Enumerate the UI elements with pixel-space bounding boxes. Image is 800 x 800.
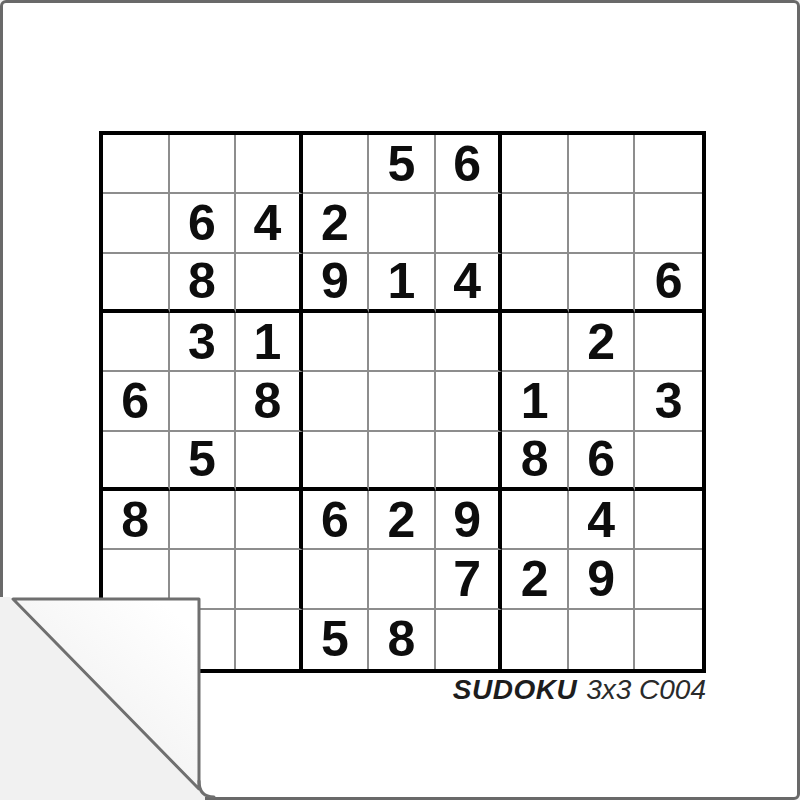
cell-r2c9 [635,194,702,253]
cell-r4c5 [369,313,436,372]
sudoku-grid: 566428914631268135868629472958 [99,131,706,673]
cell-r3c2: 8 [170,254,237,313]
cell-r2c2: 6 [170,194,237,253]
cell-r9c1 [103,610,170,669]
cell-r9c3 [236,610,303,669]
cell-r9c5: 8 [369,610,436,669]
cell-r5c3: 8 [236,372,303,431]
cell-r7c7 [502,491,569,550]
cell-r9c4: 5 [303,610,370,669]
cell-r2c6 [436,194,503,253]
cell-r4c1 [103,313,170,372]
cell-r6c9 [635,432,702,491]
cell-r1c3 [236,135,303,194]
puzzle-caption: SUDOKU3x3 C004 [99,674,706,706]
cell-r1c6: 6 [436,135,503,194]
background: 566428914631268135868629472958 SUDOKU3x3… [0,0,800,800]
cell-r1c9 [635,135,702,194]
puzzle-variant-id: 3x3 C004 [586,674,706,705]
cell-r6c5 [369,432,436,491]
cell-r9c6 [436,610,503,669]
cell-r5c5 [369,372,436,431]
cell-r2c5 [369,194,436,253]
cell-r9c9 [635,610,702,669]
puzzle-page: 566428914631268135868629472958 SUDOKU3x3… [0,0,800,800]
cell-r9c7 [502,610,569,669]
cell-r1c7 [502,135,569,194]
cell-r8c3 [236,550,303,609]
cell-r5c9: 3 [635,372,702,431]
cell-r5c6 [436,372,503,431]
cell-r2c8 [569,194,636,253]
cell-r8c7: 2 [502,550,569,609]
cell-r8c4 [303,550,370,609]
cell-r3c6: 4 [436,254,503,313]
cell-r1c5: 5 [369,135,436,194]
cell-r5c8 [569,372,636,431]
cell-r4c7 [502,313,569,372]
cell-r3c7 [502,254,569,313]
cell-r4c9 [635,313,702,372]
cell-r6c6 [436,432,503,491]
cell-r7c9 [635,491,702,550]
cell-r4c4 [303,313,370,372]
cell-r4c6 [436,313,503,372]
cell-r6c4 [303,432,370,491]
cell-r1c8 [569,135,636,194]
cell-r5c1: 6 [103,372,170,431]
puzzle-title: SUDOKU [453,674,577,705]
cell-r3c1 [103,254,170,313]
cell-r3c8 [569,254,636,313]
cell-r7c2 [170,491,237,550]
cell-r7c3 [236,491,303,550]
cell-r2c3: 4 [236,194,303,253]
cell-r6c3 [236,432,303,491]
cell-r4c2: 3 [170,313,237,372]
cell-r2c1 [103,194,170,253]
cell-r3c5: 1 [369,254,436,313]
cell-r7c5: 2 [369,491,436,550]
cell-r2c7 [502,194,569,253]
cell-r1c4 [303,135,370,194]
cell-r5c7: 1 [502,372,569,431]
cell-r1c2 [170,135,237,194]
cell-r6c8: 6 [569,432,636,491]
cell-r6c2: 5 [170,432,237,491]
cell-r8c5 [369,550,436,609]
cell-r5c2 [170,372,237,431]
cell-r1c1 [103,135,170,194]
cell-r3c9: 6 [635,254,702,313]
cell-r4c3: 1 [236,313,303,372]
cell-r3c3 [236,254,303,313]
cell-r7c6: 9 [436,491,503,550]
cell-r3c4: 9 [303,254,370,313]
cell-r8c9 [635,550,702,609]
cell-r5c4 [303,372,370,431]
cell-r9c2 [170,610,237,669]
cell-r9c8 [569,610,636,669]
cell-r6c1 [103,432,170,491]
cell-r2c4: 2 [303,194,370,253]
cell-r8c6: 7 [436,550,503,609]
cell-r4c8: 2 [569,313,636,372]
cell-r8c1 [103,550,170,609]
cell-r7c1: 8 [103,491,170,550]
cell-r7c8: 4 [569,491,636,550]
cell-r6c7: 8 [502,432,569,491]
cell-r8c2 [170,550,237,609]
cell-r7c4: 6 [303,491,370,550]
cell-r8c8: 9 [569,550,636,609]
